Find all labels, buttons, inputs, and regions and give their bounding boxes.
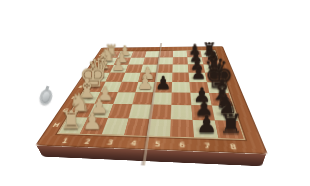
square-h8[interactable]: ♜	[215, 120, 244, 138]
black-rook-h8[interactable]: ♜	[218, 110, 242, 135]
square-h3[interactable]	[102, 118, 129, 135]
square-e5[interactable]: ♟	[153, 82, 172, 93]
square-b6[interactable]	[173, 57, 188, 64]
square-h7[interactable]: ♟	[193, 120, 219, 138]
square-h5[interactable]	[147, 119, 171, 137]
square-h6[interactable]	[170, 119, 194, 137]
black-pawn-e5[interactable]: ♟	[154, 74, 170, 91]
square-b5[interactable]	[158, 57, 173, 64]
square-e6[interactable]	[172, 82, 191, 93]
square-c6[interactable]	[172, 64, 188, 72]
rank-label-7: 7	[194, 137, 221, 152]
metal-clasp-icon	[38, 88, 54, 107]
square-a6[interactable]	[173, 51, 187, 58]
square-e4[interactable]: ♟	[135, 82, 155, 93]
rank-label-8: 8	[219, 138, 249, 154]
board-perspective-wrap: ABCDEFGH 12345678 ♜♟♟♜♞♟♟♞♝♟♟♝♛♟♟♛♚♟♟♚♝♟…	[75, 2, 235, 162]
board-squares: ♜♟♟♜♞♟♟♞♝♟♟♝♛♟♟♛♚♟♟♚♝♟♟♝♞♟♟♞♜♟♟♜	[59, 50, 244, 138]
white-pawn-c2[interactable]: ♟	[111, 57, 125, 72]
white-rook-h1[interactable]: ♜	[59, 108, 81, 132]
square-f6[interactable]	[171, 93, 191, 106]
white-pawn-e4[interactable]: ♟	[137, 74, 153, 91]
chess-set-photo: ABCDEFGH 12345678 ♜♟♟♜♞♟♟♞♝♟♟♝♛♟♟♛♚♟♟♚♝♟…	[0, 0, 310, 186]
square-d6[interactable]	[172, 73, 189, 82]
black-pawn-h7[interactable]: ♟	[195, 113, 216, 136]
square-g6[interactable]	[171, 105, 193, 120]
rank-label-6: 6	[170, 136, 196, 151]
chess-board: ABCDEFGH 12345678 ♜♟♟♜♞♟♟♞♝♟♟♝♛♟♟♛♚♟♟♚♝♟…	[35, 46, 268, 154]
white-pawn-h2[interactable]: ♟	[82, 110, 102, 131]
board-frame: ABCDEFGH 12345678 ♜♟♟♜♞♟♟♞♝♟♟♝♛♟♟♛♚♟♟♚♝♟…	[35, 46, 268, 154]
square-c2[interactable]: ♟	[110, 65, 128, 73]
